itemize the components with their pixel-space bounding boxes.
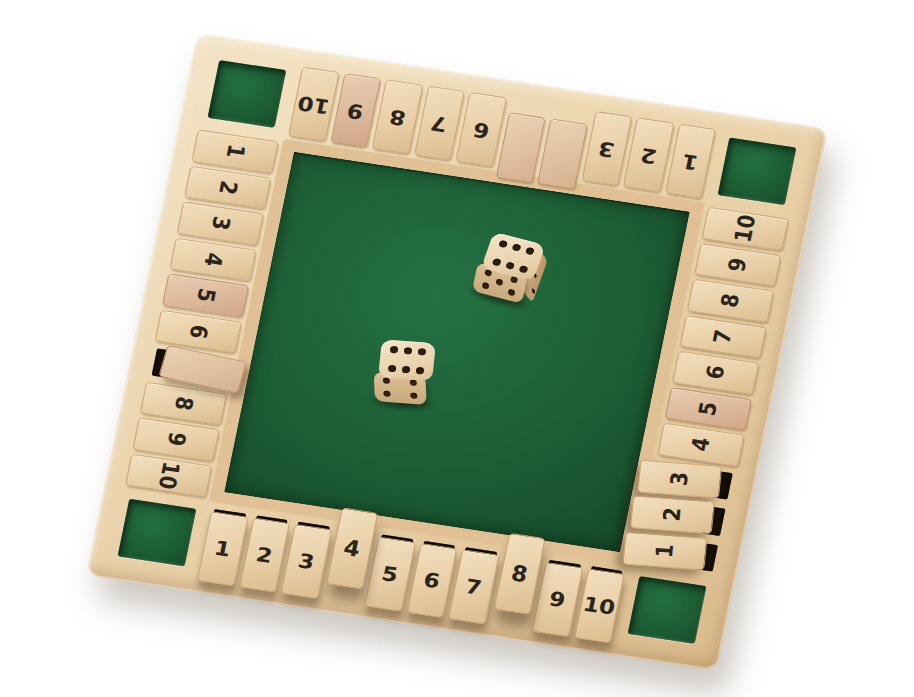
tile-number: 2 [215, 179, 240, 196]
die-pip [417, 348, 426, 355]
tile-number: 9 [346, 99, 366, 121]
tile-number: 6 [703, 364, 728, 381]
tile-number: 1 [680, 150, 700, 172]
tile-number: 7 [710, 328, 735, 345]
corner-top-right [705, 126, 809, 216]
tile-number: 1 [653, 543, 677, 558]
die-pip [507, 289, 515, 297]
pip-cell [398, 364, 413, 374]
tile-number: 7 [464, 576, 484, 598]
tile-number: 2 [254, 544, 274, 566]
board-perspective-stage: 109876321 1234568910 10987654321 1234567… [86, 33, 827, 671]
tile-number: 9 [547, 589, 567, 611]
product-photo-scene: 109876321 1234568910 10987654321 1234567… [0, 0, 914, 697]
die-pip [383, 390, 390, 397]
corner-bottom-right [615, 565, 719, 655]
tile-number: 6 [186, 323, 211, 340]
corner-bottom-left [105, 488, 209, 578]
shut-the-box-board: 109876321 1234568910 10987654321 1234567… [86, 33, 827, 671]
felt-well-bottom-right [628, 576, 707, 644]
die-pip [387, 365, 396, 372]
tile-number: 3 [597, 138, 617, 160]
tile-number: 3 [208, 215, 233, 232]
tile-number: 2 [639, 144, 659, 166]
pip-grid [489, 238, 539, 275]
tile-right-2[interactable]: 2 [630, 495, 715, 533]
pip-cell [407, 392, 421, 399]
tile-number: 6 [471, 119, 491, 141]
die-pip [389, 346, 398, 353]
die-pip [403, 347, 412, 354]
tile-number: 4 [200, 251, 225, 268]
tile-number: 9 [163, 431, 188, 448]
die-2[interactable] [372, 339, 441, 412]
pip-cell [393, 391, 407, 398]
tile-number: 9 [725, 256, 750, 273]
pip-cell [515, 263, 532, 275]
tile-number: 5 [193, 287, 218, 304]
tile-number: 2 [660, 507, 684, 522]
tile-right-3[interactable]: 3 [637, 459, 722, 497]
tile-number: 8 [171, 395, 196, 412]
tile-top-5[interactable] [495, 112, 545, 183]
pip-grid [379, 377, 420, 399]
tile-number: 10 [296, 92, 332, 116]
board-grid: 109876321 1234568910 10987654321 1234567… [105, 49, 809, 655]
die-pip [531, 288, 535, 295]
die-pip [401, 366, 410, 373]
pip-cell [412, 365, 427, 375]
tile-number: 6 [422, 570, 442, 592]
tile-number: 4 [688, 436, 713, 453]
pip-cell [380, 390, 394, 397]
tile-number: 5 [696, 400, 721, 417]
tile-number: 4 [342, 536, 362, 560]
tile-number: 10 [155, 460, 183, 491]
tile-number: 5 [380, 563, 400, 585]
tile-number: 8 [718, 292, 743, 309]
tile-number: 1 [213, 538, 233, 560]
felt-well-top-right [718, 137, 797, 205]
tile-number: 10 [581, 594, 617, 618]
pip-grid [384, 345, 429, 376]
tile-number: 1 [222, 143, 247, 160]
die-1[interactable] [468, 231, 551, 312]
tile-number: 3 [668, 471, 692, 486]
tile-number: 8 [509, 562, 529, 586]
die-pip [505, 261, 515, 270]
die-pip [519, 265, 529, 274]
felt-playing-area [209, 139, 705, 565]
tile-number: 8 [387, 106, 407, 128]
corner-top-left [195, 49, 299, 139]
felt-well-top-left [208, 60, 287, 128]
die-pip [415, 367, 424, 374]
die-pip [492, 258, 502, 267]
tile-right-1[interactable]: 1 [623, 531, 708, 569]
die-pip [410, 392, 417, 399]
pip-cell [384, 363, 399, 373]
tile-number: 10 [731, 213, 759, 244]
tile-top-4[interactable] [537, 119, 587, 190]
tile-number: 3 [296, 550, 316, 572]
felt-well-bottom-left [118, 499, 197, 567]
die-2-top-face [378, 339, 436, 381]
tile-number: 7 [429, 112, 449, 134]
die-pip [482, 282, 490, 290]
